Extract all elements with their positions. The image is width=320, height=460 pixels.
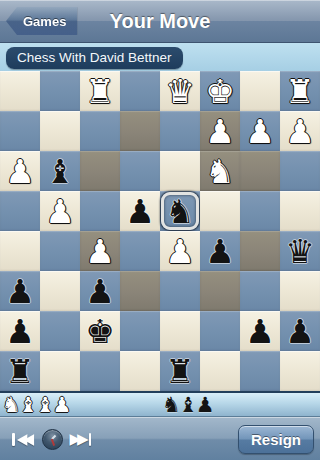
square-d3[interactable] xyxy=(160,151,200,191)
square-b1[interactable] xyxy=(240,71,280,111)
skip-to-end-button[interactable]: ▶▶ xyxy=(68,428,94,450)
piece-wP: ♟ xyxy=(0,151,40,191)
resign-button[interactable]: Resign xyxy=(238,425,314,454)
square-d4[interactable]: ♞ xyxy=(160,191,200,231)
piece-bP: ♟ xyxy=(0,311,40,351)
square-g7[interactable] xyxy=(40,311,80,351)
square-a3[interactable] xyxy=(280,151,320,191)
square-f1[interactable]: ♜ xyxy=(80,71,120,111)
square-c1[interactable]: ♚ xyxy=(200,71,240,111)
square-g4[interactable]: ♟ xyxy=(40,191,80,231)
fast-forward-icon: ▶▶ xyxy=(70,430,89,448)
square-h6[interactable]: ♟ xyxy=(0,271,40,311)
captured-piece-bP: ♟ xyxy=(196,394,215,416)
square-e3[interactable] xyxy=(120,151,160,191)
square-e4[interactable]: ♟ xyxy=(120,191,160,231)
skip-end-bar-icon xyxy=(89,433,92,446)
piece-bR: ♜ xyxy=(0,351,40,391)
piece-wP: ♟ xyxy=(240,111,280,151)
piece-wP: ♟ xyxy=(200,111,240,151)
piece-wR: ♜ xyxy=(80,71,120,111)
square-c6[interactable] xyxy=(200,271,240,311)
square-f5[interactable]: ♟ xyxy=(80,231,120,271)
square-b5[interactable] xyxy=(240,231,280,271)
square-c3[interactable]: ♞ xyxy=(200,151,240,191)
square-d6[interactable] xyxy=(160,271,200,311)
square-g6[interactable] xyxy=(40,271,80,311)
piece-wP: ♟ xyxy=(80,231,120,271)
match-title-badge: Chess With David Bettner xyxy=(6,47,183,69)
square-c2[interactable]: ♟ xyxy=(200,111,240,151)
piece-wN: ♞ xyxy=(200,151,240,191)
square-a5[interactable]: ♛ xyxy=(280,231,320,271)
piece-bP: ♟ xyxy=(80,271,120,311)
captured-pieces-tray: ♞♝♝♟ ♞♝♟ xyxy=(0,391,320,417)
square-c8[interactable] xyxy=(200,351,240,391)
square-c4[interactable] xyxy=(200,191,240,231)
square-a8[interactable] xyxy=(280,351,320,391)
square-e1[interactable] xyxy=(120,71,160,111)
square-f3[interactable] xyxy=(80,151,120,191)
square-b2[interactable]: ♟ xyxy=(240,111,280,151)
square-e7[interactable] xyxy=(120,311,160,351)
piece-wK: ♚ xyxy=(200,71,240,111)
piece-wP: ♟ xyxy=(160,231,200,271)
square-a4[interactable] xyxy=(280,191,320,231)
piece-bP: ♟ xyxy=(120,191,160,231)
square-h4[interactable] xyxy=(0,191,40,231)
clock-icon xyxy=(42,429,63,450)
square-a6[interactable] xyxy=(280,271,320,311)
square-g1[interactable] xyxy=(40,71,80,111)
square-h7[interactable]: ♟ xyxy=(0,311,40,351)
piece-bB: ♝ xyxy=(40,151,80,191)
square-g8[interactable] xyxy=(40,351,80,391)
square-f8[interactable] xyxy=(80,351,120,391)
move-timer-button[interactable] xyxy=(40,427,65,452)
nav-bar: Games Your Move xyxy=(0,0,320,43)
rewind-icon: ◀◀ xyxy=(16,430,34,448)
square-g5[interactable] xyxy=(40,231,80,271)
piece-bP: ♟ xyxy=(240,311,280,351)
square-b3[interactable] xyxy=(240,151,280,191)
app-screen: Games Your Move Chess With David Bettner… xyxy=(0,0,320,460)
square-b7[interactable]: ♟ xyxy=(240,311,280,351)
games-back-button[interactable]: Games xyxy=(6,7,77,35)
square-g2[interactable] xyxy=(40,111,80,151)
square-e8[interactable] xyxy=(120,351,160,391)
captured-by-player-group: ♞♝♝♟ xyxy=(0,393,160,416)
square-a1[interactable]: ♜ xyxy=(280,71,320,111)
square-g3[interactable]: ♝ xyxy=(40,151,80,191)
piece-wR: ♜ xyxy=(280,71,320,111)
piece-wP: ♟ xyxy=(40,191,80,231)
bottom-toolbar: ◀◀ ▶▶ Resign xyxy=(0,417,320,460)
square-f6[interactable]: ♟ xyxy=(80,271,120,311)
square-h1[interactable] xyxy=(0,71,40,111)
piece-bP: ♟ xyxy=(200,231,240,271)
chess-board: ♜♛♚♜♟♟♟♟♝♞♟♟♞♟♟♟♛♟♟♟♚♟♟♜♜ xyxy=(0,71,320,391)
square-c7[interactable] xyxy=(200,311,240,351)
square-f2[interactable] xyxy=(80,111,120,151)
square-d8[interactable]: ♜ xyxy=(160,351,200,391)
square-d7[interactable] xyxy=(160,311,200,351)
square-c5[interactable]: ♟ xyxy=(200,231,240,271)
square-f4[interactable] xyxy=(80,191,120,231)
piece-bP: ♟ xyxy=(0,271,40,311)
square-h8[interactable]: ♜ xyxy=(0,351,40,391)
match-strip: Chess With David Bettner xyxy=(0,43,320,71)
square-b4[interactable] xyxy=(240,191,280,231)
piece-bR: ♜ xyxy=(160,351,200,391)
skip-start-bar-icon xyxy=(12,433,15,446)
square-d1[interactable]: ♛ xyxy=(160,71,200,111)
skip-to-start-button[interactable]: ◀◀ xyxy=(10,428,37,450)
square-b8[interactable] xyxy=(240,351,280,391)
piece-wQ: ♛ xyxy=(160,71,200,111)
square-d5[interactable]: ♟ xyxy=(160,231,200,271)
replay-controls: ◀◀ ▶▶ xyxy=(10,427,93,452)
captured-piece-wP: ♟ xyxy=(52,394,71,416)
square-h2[interactable] xyxy=(0,111,40,151)
square-e5[interactable] xyxy=(120,231,160,271)
piece-wP: ♟ xyxy=(280,111,320,151)
square-a2[interactable]: ♟ xyxy=(280,111,320,151)
captured-by-opponent-group: ♞♝♟ xyxy=(160,393,320,416)
piece-bQ: ♛ xyxy=(280,231,320,271)
piece-bK: ♚ xyxy=(80,311,120,351)
square-h5[interactable] xyxy=(0,231,40,271)
square-h3[interactable]: ♟ xyxy=(0,151,40,191)
square-d2[interactable] xyxy=(160,111,200,151)
square-b6[interactable] xyxy=(240,271,280,311)
square-f7[interactable]: ♚ xyxy=(80,311,120,351)
square-e6[interactable] xyxy=(120,271,160,311)
square-e2[interactable] xyxy=(120,111,160,151)
piece-bP: ♟ xyxy=(280,311,320,351)
piece-bN: ♞ xyxy=(160,191,200,231)
square-a7[interactable]: ♟ xyxy=(280,311,320,351)
